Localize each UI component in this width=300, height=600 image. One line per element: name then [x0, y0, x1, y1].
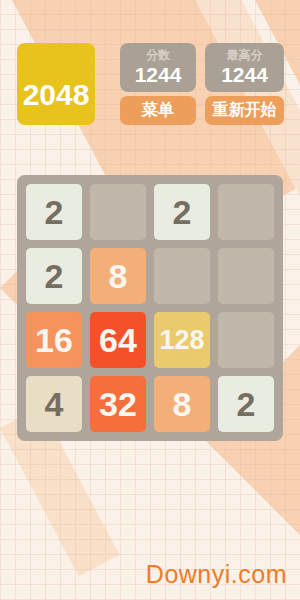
watermark: Downyi.com [146, 560, 287, 589]
score-box: 分数 1244 [120, 43, 196, 92]
logo-2048: 2048 [17, 43, 95, 125]
cell-r0c3 [218, 184, 274, 240]
cell-r3c2: 8 [154, 376, 210, 432]
cell-r2c1: 64 [90, 312, 146, 368]
game-board[interactable]: 2 2 2 8 16 64 128 4 32 8 2 [17, 175, 283, 441]
cell-r3c0: 4 [26, 376, 82, 432]
cell-r1c1: 8 [90, 248, 146, 304]
app-root: 2048 分数 1244 最高分 1244 菜单 重新开始 2 2 2 8 16… [0, 0, 300, 600]
restart-button[interactable]: 重新开始 [205, 96, 284, 125]
cell-r2c3 [218, 312, 274, 368]
best-score-label: 最高分 [227, 48, 263, 63]
score-label: 分数 [146, 48, 170, 63]
score-value: 1244 [135, 63, 182, 86]
cell-r1c0: 2 [26, 248, 82, 304]
cell-r3c1: 32 [90, 376, 146, 432]
cell-r0c2: 2 [154, 184, 210, 240]
cell-r0c0: 2 [26, 184, 82, 240]
cell-r2c2: 128 [154, 312, 210, 368]
cell-r1c2 [154, 248, 210, 304]
cell-r0c1 [90, 184, 146, 240]
cell-r1c3 [218, 248, 274, 304]
cell-r2c0: 16 [26, 312, 82, 368]
best-score-box: 最高分 1244 [205, 43, 284, 92]
best-score-value: 1244 [221, 63, 268, 86]
cell-r3c3: 2 [218, 376, 274, 432]
menu-button[interactable]: 菜单 [120, 96, 196, 125]
